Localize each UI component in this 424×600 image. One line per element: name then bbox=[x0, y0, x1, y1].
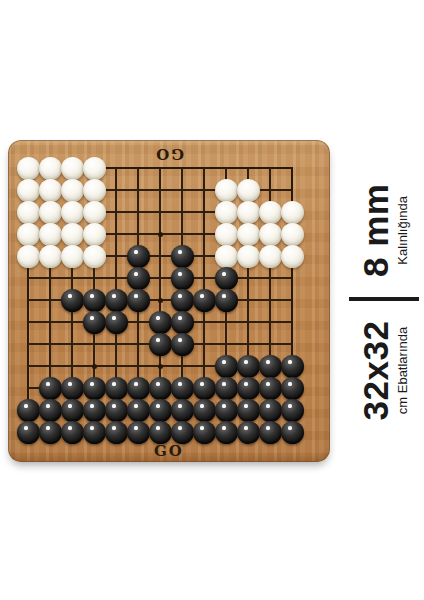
white-stone bbox=[259, 223, 282, 246]
white-stone bbox=[61, 223, 84, 246]
black-stone bbox=[237, 377, 260, 400]
product-specs-text: 32x32 cm Ebatlarında 8 mm Kalınlığında bbox=[342, 146, 424, 458]
star-point bbox=[158, 298, 163, 303]
black-stone bbox=[193, 399, 216, 422]
black-stone bbox=[281, 421, 304, 444]
black-stone bbox=[259, 421, 282, 444]
white-stone bbox=[39, 245, 62, 268]
black-stone bbox=[127, 245, 150, 268]
black-stone bbox=[281, 399, 304, 422]
black-stone bbox=[127, 421, 150, 444]
white-stone bbox=[281, 245, 304, 268]
black-stone bbox=[61, 377, 84, 400]
black-stone bbox=[105, 289, 128, 312]
black-stone bbox=[215, 377, 238, 400]
black-stone bbox=[237, 421, 260, 444]
spec-divider bbox=[349, 297, 419, 301]
black-stone bbox=[39, 377, 62, 400]
black-stone bbox=[61, 421, 84, 444]
black-stone bbox=[171, 245, 194, 268]
black-stone bbox=[83, 399, 106, 422]
black-stone bbox=[83, 289, 106, 312]
white-stone bbox=[237, 201, 260, 224]
black-stone bbox=[259, 355, 282, 378]
black-stone bbox=[171, 289, 194, 312]
star-point bbox=[158, 232, 163, 237]
black-stone bbox=[171, 377, 194, 400]
white-stone bbox=[83, 245, 106, 268]
black-stone bbox=[127, 267, 150, 290]
black-stone bbox=[259, 377, 282, 400]
black-stone bbox=[61, 399, 84, 422]
black-stone bbox=[127, 377, 150, 400]
black-stone bbox=[237, 355, 260, 378]
black-stone bbox=[237, 399, 260, 422]
white-stone bbox=[17, 223, 40, 246]
black-stone bbox=[149, 377, 172, 400]
black-stone bbox=[215, 289, 238, 312]
black-stone bbox=[193, 377, 216, 400]
black-stone bbox=[215, 267, 238, 290]
white-stone bbox=[83, 223, 106, 246]
white-stone bbox=[39, 223, 62, 246]
black-stone bbox=[193, 421, 216, 444]
star-point bbox=[92, 364, 97, 369]
white-stone bbox=[281, 201, 304, 224]
black-stone bbox=[127, 399, 150, 422]
white-stone bbox=[39, 179, 62, 202]
white-stone bbox=[237, 245, 260, 268]
black-stone bbox=[149, 311, 172, 334]
white-stone bbox=[17, 157, 40, 180]
black-stone bbox=[149, 399, 172, 422]
white-stone bbox=[17, 179, 40, 202]
board-logo-top: GO bbox=[154, 146, 184, 161]
white-stone bbox=[237, 223, 260, 246]
spec-size-label: cm Ebatlarında bbox=[396, 327, 410, 414]
white-stone bbox=[215, 245, 238, 268]
black-stone bbox=[215, 399, 238, 422]
white-stone bbox=[237, 179, 260, 202]
black-stone bbox=[105, 311, 128, 334]
spec-thickness-value: 8 mm bbox=[358, 184, 395, 277]
spec-size-value: 32x32 bbox=[358, 321, 395, 421]
black-stone bbox=[171, 333, 194, 356]
white-stone bbox=[61, 179, 84, 202]
white-stone bbox=[281, 223, 304, 246]
white-stone bbox=[83, 201, 106, 224]
spec-thickness: 8 mm Kalınlığında bbox=[358, 184, 409, 277]
black-stone bbox=[171, 399, 194, 422]
white-stone bbox=[39, 157, 62, 180]
black-stone bbox=[83, 421, 106, 444]
black-stone bbox=[105, 421, 128, 444]
spec-thickness-label: Kalınlığında bbox=[396, 196, 410, 265]
black-stone bbox=[105, 377, 128, 400]
black-stone bbox=[127, 289, 150, 312]
white-stone bbox=[17, 245, 40, 268]
black-stone bbox=[83, 311, 106, 334]
white-stone bbox=[17, 201, 40, 224]
white-stone bbox=[61, 157, 84, 180]
white-stone bbox=[215, 223, 238, 246]
black-stone bbox=[259, 399, 282, 422]
black-stone bbox=[17, 421, 40, 444]
black-stone bbox=[83, 377, 106, 400]
white-stone bbox=[215, 201, 238, 224]
white-stone bbox=[83, 157, 106, 180]
white-stone bbox=[83, 179, 106, 202]
black-stone bbox=[281, 377, 304, 400]
white-stone bbox=[259, 245, 282, 268]
black-stone bbox=[215, 421, 238, 444]
white-stone bbox=[61, 245, 84, 268]
black-stone bbox=[171, 311, 194, 334]
product-image-stage: GO GO 32x32 cm Ebatlarında 8 mm Kalınlığ… bbox=[0, 0, 424, 600]
spec-size: 32x32 cm Ebatlarında bbox=[358, 321, 409, 421]
black-stone bbox=[149, 333, 172, 356]
white-stone bbox=[259, 201, 282, 224]
white-stone bbox=[61, 201, 84, 224]
board-grid bbox=[28, 168, 292, 432]
black-stone bbox=[61, 289, 84, 312]
black-stone bbox=[39, 421, 62, 444]
black-stone bbox=[105, 399, 128, 422]
go-board: GO GO bbox=[8, 140, 330, 462]
black-stone bbox=[215, 355, 238, 378]
white-stone bbox=[215, 179, 238, 202]
star-point bbox=[158, 364, 163, 369]
black-stone bbox=[193, 289, 216, 312]
black-stone bbox=[171, 421, 194, 444]
board-logo-bottom: GO bbox=[154, 444, 184, 459]
black-stone bbox=[171, 267, 194, 290]
black-stone bbox=[39, 399, 62, 422]
black-stone bbox=[17, 399, 40, 422]
white-stone bbox=[39, 201, 62, 224]
black-stone bbox=[281, 355, 304, 378]
black-stone bbox=[149, 421, 172, 444]
